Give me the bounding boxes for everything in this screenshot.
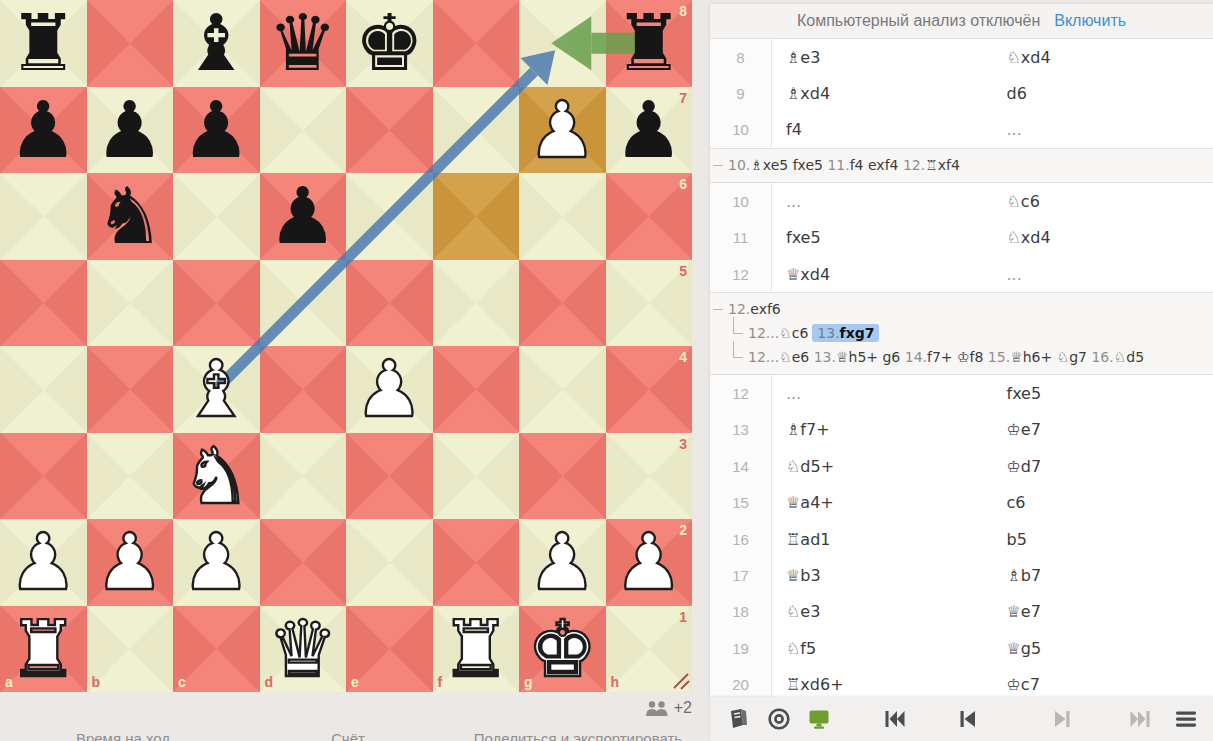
move-black[interactable]: ♔d7 bbox=[993, 457, 1213, 476]
move-black[interactable]: ♔c7 bbox=[993, 675, 1213, 694]
piece-black-knight-b6[interactable]: ♞ bbox=[87, 173, 174, 260]
move-number: 13 bbox=[710, 412, 772, 448]
piece-black-pawn-b7[interactable]: ♟ bbox=[87, 87, 174, 174]
move-white[interactable]: f4 bbox=[772, 120, 993, 139]
spectator-count-label: +2 bbox=[674, 699, 692, 717]
move-black[interactable]: fxe5 bbox=[993, 384, 1213, 403]
move-row-12: 12♕xd4... bbox=[710, 256, 1213, 292]
variation-move[interactable]: f7+ bbox=[927, 349, 953, 365]
move-row-18: 18♘e3♕e7 bbox=[710, 594, 1213, 630]
square-g3[interactable] bbox=[519, 433, 606, 520]
piece-white-pawn-e4[interactable]: ♟ bbox=[346, 346, 433, 433]
variation-move[interactable]: ♗xe5 bbox=[750, 157, 788, 173]
square-f8[interactable] bbox=[433, 0, 520, 87]
square-c1[interactable]: c bbox=[173, 606, 260, 693]
move-number: 17 bbox=[710, 557, 772, 593]
variation-move[interactable]: ♕h6+ bbox=[1010, 349, 1052, 365]
piece-black-rook-h8[interactable]: ♜ bbox=[606, 0, 693, 87]
piece-white-queen-d1[interactable]: ♛ bbox=[260, 606, 347, 693]
move-row-10: 10f4... bbox=[710, 112, 1213, 148]
square-f6[interactable] bbox=[433, 173, 520, 260]
move-row-8: 8♗e3♘xd4 bbox=[710, 39, 1213, 75]
variation-move[interactable]: ♘d5 bbox=[1114, 349, 1144, 365]
variation-move-number: 14. bbox=[900, 349, 927, 365]
move-row-15: 15♕a4+c6 bbox=[710, 485, 1213, 521]
variation-move-number: 12... bbox=[748, 349, 779, 365]
rank-label-4: 4 bbox=[679, 349, 687, 365]
piece-white-pawn-g2[interactable]: ♟ bbox=[519, 519, 606, 606]
variation-move-number: 15. bbox=[983, 349, 1010, 365]
variation-move[interactable]: exf4 bbox=[864, 157, 899, 173]
variation-line[interactable]: 12.exf6 bbox=[710, 297, 1213, 321]
move-number: 19 bbox=[710, 630, 772, 666]
square-d2[interactable] bbox=[260, 519, 347, 606]
move-black[interactable]: ♔e7 bbox=[993, 420, 1213, 439]
piece-white-rook-f1[interactable]: ♜ bbox=[433, 606, 520, 693]
people-icon bbox=[645, 701, 669, 716]
piece-black-pawn-h7[interactable]: ♟ bbox=[606, 87, 693, 174]
square-h6[interactable]: 6 bbox=[606, 173, 693, 260]
piece-white-king-g1[interactable]: ♚ bbox=[519, 606, 606, 693]
move-black[interactable]: b5 bbox=[993, 530, 1213, 549]
move-row-10: 10...♘c6 bbox=[710, 183, 1213, 219]
move-black[interactable]: ♘xd4 bbox=[993, 228, 1213, 247]
move-number: 20 bbox=[710, 666, 772, 697]
square-a6[interactable] bbox=[0, 173, 87, 260]
square-b4[interactable] bbox=[87, 346, 174, 433]
rank-label-1: 1 bbox=[679, 609, 687, 625]
analysis-header: Компьютерный анализ отключён Включить bbox=[710, 4, 1213, 39]
move-black[interactable]: d6 bbox=[993, 84, 1213, 103]
spectator-count: +2 bbox=[628, 697, 692, 719]
square-e3[interactable] bbox=[346, 433, 433, 520]
piece-white-knight-c3[interactable]: ♞ bbox=[173, 433, 260, 520]
analysis-status-text: Компьютерный анализ отключён bbox=[797, 12, 1040, 30]
move-number: 8 bbox=[710, 39, 772, 75]
square-c5[interactable] bbox=[173, 260, 260, 347]
move-row-14: 14♘d5+♔d7 bbox=[710, 448, 1213, 484]
move-row-19: 19♘f5♕g5 bbox=[710, 630, 1213, 666]
move-row-16: 16♖ad1b5 bbox=[710, 521, 1213, 557]
analysis-toolbar bbox=[710, 697, 1213, 741]
move-black[interactable]: ... bbox=[993, 265, 1213, 284]
move-black[interactable]: ♘xd4 bbox=[993, 48, 1213, 67]
underboard-tab-1[interactable]: Счёт bbox=[331, 730, 365, 741]
square-g4[interactable] bbox=[519, 346, 606, 433]
piece-white-pawn-a2[interactable]: ♟ bbox=[0, 519, 87, 606]
next-move-icon[interactable] bbox=[1049, 707, 1075, 731]
move-number: 16 bbox=[710, 521, 772, 557]
square-e5[interactable] bbox=[346, 260, 433, 347]
square-e7[interactable] bbox=[346, 87, 433, 174]
variation-block-2: 12.exf612...♘c613.fxg712...♘e6 13.♕h5+ g… bbox=[710, 292, 1213, 375]
move-row-11: 11fxe5♘xd4 bbox=[710, 220, 1213, 256]
square-g6[interactable] bbox=[519, 173, 606, 260]
square-g5[interactable] bbox=[519, 260, 606, 347]
move-white[interactable]: ♕xd4 bbox=[772, 265, 993, 284]
square-h4[interactable]: 4 bbox=[606, 346, 693, 433]
variation-line[interactable]: 12...♘c613.fxg7 bbox=[710, 321, 1213, 345]
menu-icon[interactable] bbox=[1173, 707, 1199, 731]
move-black[interactable]: ♕g5 bbox=[993, 639, 1213, 658]
file-label-e: e bbox=[351, 674, 359, 690]
enable-analysis-link[interactable]: Включить bbox=[1054, 12, 1126, 30]
move-list[interactable]: 8♗e3♘xd49♗xd4d610f4...10.♗xe5 fxe5 11.f4… bbox=[710, 39, 1213, 697]
move-row-13: 13♗f7+♔e7 bbox=[710, 412, 1213, 448]
variation-move-number: 10. bbox=[728, 157, 750, 173]
piece-black-pawn-c7[interactable]: ♟ bbox=[173, 87, 260, 174]
square-b1[interactable]: b bbox=[87, 606, 174, 693]
move-number: 18 bbox=[710, 594, 772, 630]
move-number: 11 bbox=[710, 220, 772, 256]
rank-label-6: 6 bbox=[679, 176, 687, 192]
variation-move[interactable]: fxe5 bbox=[788, 157, 823, 173]
variation-block-1: 10.♗xe5 fxe5 11.f4 exf4 12.♖xf4 bbox=[710, 148, 1213, 183]
move-white[interactable]: ♗f7+ bbox=[772, 420, 993, 439]
current-move-number: 13. bbox=[817, 325, 839, 341]
move-number: 9 bbox=[710, 75, 772, 111]
analysis-panel: Компьютерный анализ отключён Включить 8♗… bbox=[710, 4, 1213, 697]
move-row-9: 9♗xd4d6 bbox=[710, 75, 1213, 111]
move-white[interactable]: ♗e3 bbox=[772, 48, 993, 67]
variation-move[interactable]: ♔f8 bbox=[953, 349, 984, 365]
variation-move[interactable]: f4 bbox=[850, 157, 864, 173]
variation-move-number: 13. bbox=[809, 349, 836, 365]
move-white[interactable]: ... bbox=[772, 192, 993, 211]
piece-black-pawn-a7[interactable]: ♟ bbox=[0, 87, 87, 174]
piece-white-rook-a1[interactable]: ♜ bbox=[0, 606, 87, 693]
square-f5[interactable] bbox=[433, 260, 520, 347]
variation-move[interactable]: ♘g7 bbox=[1052, 349, 1087, 365]
move-black[interactable]: ♘c6 bbox=[993, 192, 1213, 211]
square-f4[interactable] bbox=[433, 346, 520, 433]
rank-label-5: 5 bbox=[679, 263, 687, 279]
square-h5[interactable]: 5 bbox=[606, 260, 693, 347]
previous-move-icon[interactable] bbox=[955, 707, 981, 731]
variation-line[interactable]: 12...♘e6 13.♕h5+ g6 14.f7+ ♔f8 15.♕h6+ ♘… bbox=[710, 345, 1213, 369]
square-e2[interactable] bbox=[346, 519, 433, 606]
piece-black-queen-d8[interactable]: ♛ bbox=[260, 0, 347, 87]
square-a5[interactable] bbox=[0, 260, 87, 347]
underboard-tab-0[interactable]: Время на ход bbox=[76, 730, 170, 741]
variation-move[interactable]: ♖xf4 bbox=[925, 157, 960, 173]
variation-line[interactable]: 10.♗xe5 fxe5 11.f4 exf4 12.♖xf4 bbox=[710, 153, 1213, 177]
move-row-12: 12...fxe5 bbox=[710, 375, 1213, 411]
piece-black-king-e8[interactable]: ♚ bbox=[346, 0, 433, 87]
move-number: 12 bbox=[710, 375, 772, 411]
piece-white-pawn-g7[interactable]: ♟ bbox=[519, 87, 606, 174]
square-e1[interactable]: e bbox=[346, 606, 433, 693]
move-number: 10 bbox=[710, 183, 772, 219]
variation-move[interactable]: ♘c6 bbox=[779, 325, 808, 341]
move-white[interactable]: ♕a4+ bbox=[772, 493, 993, 512]
square-c6[interactable] bbox=[173, 173, 260, 260]
piece-white-pawn-b2[interactable]: ♟ bbox=[87, 519, 174, 606]
square-f3[interactable] bbox=[433, 433, 520, 520]
variation-move-number: 16. bbox=[1087, 349, 1114, 365]
move-black[interactable]: ♗b7 bbox=[993, 566, 1213, 585]
move-white[interactable]: ♖ad1 bbox=[772, 530, 993, 549]
square-d7[interactable] bbox=[260, 87, 347, 174]
book-icon[interactable] bbox=[726, 707, 752, 731]
square-b5[interactable] bbox=[87, 260, 174, 347]
move-number: 14 bbox=[710, 448, 772, 484]
file-label-c: c bbox=[178, 674, 186, 690]
piece-white-pawn-c2[interactable]: ♟ bbox=[173, 519, 260, 606]
variation-move-number: 12. bbox=[898, 157, 925, 173]
target-icon[interactable] bbox=[766, 707, 792, 731]
square-h3[interactable]: 3 bbox=[606, 433, 693, 520]
variation-move[interactable]: g6 bbox=[878, 349, 900, 365]
rank-label-3: 3 bbox=[679, 436, 687, 452]
move-number: 12 bbox=[710, 256, 772, 292]
square-a3[interactable] bbox=[0, 433, 87, 520]
move-white[interactable]: ♘f5 bbox=[772, 639, 993, 658]
move-white[interactable]: ♗xd4 bbox=[772, 84, 993, 103]
variation-move[interactable]: ♘e6 bbox=[779, 349, 809, 365]
move-number: 15 bbox=[710, 485, 772, 521]
square-f7[interactable] bbox=[433, 87, 520, 174]
variation-move-number: 12. bbox=[728, 301, 750, 317]
square-b8[interactable] bbox=[87, 0, 174, 87]
variation-move-number: 12... bbox=[748, 325, 779, 341]
square-a4[interactable] bbox=[0, 346, 87, 433]
square-d3[interactable] bbox=[260, 433, 347, 520]
square-f2[interactable] bbox=[433, 519, 520, 606]
file-label-h: h bbox=[611, 674, 620, 690]
square-d4[interactable] bbox=[260, 346, 347, 433]
variation-move-number: 11. bbox=[823, 157, 850, 173]
move-white[interactable]: ... bbox=[772, 384, 993, 403]
analysis-page: 8765432abcdefg1h ♜♝♛♚♜♟♟♟♟♟♞♟♝♟♞♟♟♟♟♟♜♛♜… bbox=[0, 0, 1213, 741]
move-number: 10 bbox=[710, 112, 772, 148]
square-g8[interactable] bbox=[519, 0, 606, 87]
move-white[interactable]: fxe5 bbox=[772, 228, 993, 247]
piece-black-rook-a8[interactable]: ♜ bbox=[0, 0, 87, 87]
move-white[interactable]: ♖xd6+ bbox=[772, 675, 993, 694]
move-white[interactable]: ♘e3 bbox=[772, 602, 993, 621]
piece-white-bishop-c4[interactable]: ♝ bbox=[173, 346, 260, 433]
first-move-icon[interactable] bbox=[882, 707, 908, 731]
move-black[interactable]: c6 bbox=[993, 493, 1213, 512]
variation-move[interactable]: ♕h5+ bbox=[836, 349, 878, 365]
square-b3[interactable] bbox=[87, 433, 174, 520]
move-white[interactable]: ♘d5+ bbox=[772, 457, 993, 476]
current-move-chip[interactable]: 13.fxg7 bbox=[812, 324, 879, 342]
board-resize-handle[interactable] bbox=[670, 670, 690, 690]
move-white[interactable]: ♕b3 bbox=[772, 566, 993, 585]
move-row-17: 17♕b3♗b7 bbox=[710, 557, 1213, 593]
piece-black-pawn-d6[interactable]: ♟ bbox=[260, 173, 347, 260]
square-d5[interactable] bbox=[260, 260, 347, 347]
underboard-tab-2[interactable]: Поделиться и экспортировать bbox=[474, 730, 682, 741]
variation-move[interactable]: exf6 bbox=[750, 301, 781, 317]
last-move-icon[interactable] bbox=[1127, 707, 1153, 731]
move-black[interactable]: ... bbox=[993, 120, 1213, 139]
piece-white-pawn-h2[interactable]: ♟ bbox=[606, 519, 693, 606]
move-row-20: 20♖xd6+♔c7 bbox=[710, 666, 1213, 697]
chess-board[interactable]: 8765432abcdefg1h ♜♝♛♚♜♟♟♟♟♟♞♟♝♟♞♟♟♟♟♟♜♛♜… bbox=[0, 0, 692, 692]
piece-black-bishop-c8[interactable]: ♝ bbox=[173, 0, 260, 87]
square-e6[interactable] bbox=[346, 173, 433, 260]
current-move: fxg7 bbox=[840, 325, 875, 341]
board-screen-icon[interactable] bbox=[806, 707, 832, 731]
move-black[interactable]: ♕e7 bbox=[993, 602, 1213, 621]
file-label-b: b bbox=[92, 674, 101, 690]
